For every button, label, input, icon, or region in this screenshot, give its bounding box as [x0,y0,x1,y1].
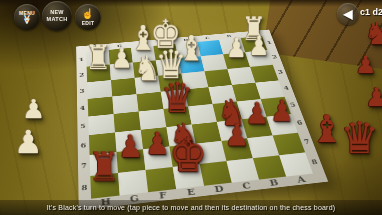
square-b6[interactable]: ♟ [242,117,273,138]
square-e8[interactable]: ♚ [173,164,204,189]
captured-black-bishop: ♝ [310,112,344,147]
square-h8[interactable]: ♜ [90,173,119,199]
rank-label-right-3: 3 [273,64,289,80]
square-h3[interactable] [87,80,112,99]
status-text: It's Black's turn to move (tap piece to … [47,204,336,211]
double-chevron-down-icon: ≫ [23,15,30,25]
square-f4[interactable] [137,92,164,112]
square-d3[interactable] [181,71,208,89]
hand-pointer-icon: ☝ [82,9,95,19]
edit-button-label: EDIT [82,20,95,26]
status-bar: It's Black's turn to move (tap piece to … [0,200,382,215]
rank-label-left-5: 5 [77,117,89,137]
rank-label-left-6: 6 [78,135,90,156]
rank-label-left-4: 4 [77,99,88,118]
square-g8[interactable] [118,170,148,195]
rank-label-left-7: 7 [78,155,90,177]
square-h6[interactable] [89,132,117,155]
square-g3[interactable] [111,78,137,97]
captured-black-pawn: ♟ [355,54,377,76]
captured-white-pawn: ♟ [22,98,45,122]
back-arrow-icon: ◀ [343,8,353,20]
chess-board-grid: HGFEDCBA1♝♚♜12♜♟♝♟♟23♞♛3445♛56♞♟♟67♟♟♞♟7… [76,30,328,211]
square-f5[interactable] [139,109,167,130]
undo-move-button[interactable]: ◀ [337,3,359,25]
square-e3[interactable]: ♛ [158,73,185,91]
rank-label-left-3: 3 [77,82,88,100]
captured-white-pawn: ♟ [14,128,43,157]
file-label-near-B: B [259,176,289,189]
square-f6[interactable] [141,127,170,149]
square-g6[interactable] [115,130,143,152]
file-label-near-D: D [204,183,234,196]
captured-black-queen: ♛ [340,118,379,158]
rank-label-left-8: 8 [78,176,91,200]
square-f3[interactable]: ♞ [135,76,161,95]
captured-black-pawn: ♟ [365,86,382,110]
new-match-line2: MATCH [47,16,68,23]
captured-black-knight: ♞ [364,20,382,48]
last-move-label: c1 d2 [360,7,382,17]
square-h5[interactable] [88,114,115,135]
new-match-button[interactable]: NEW MATCH [42,1,72,31]
menu-button[interactable]: MENU ≫ [14,4,40,30]
rank-label-left-1: 1 [76,52,86,68]
rank-label-right-4: 4 [278,79,294,96]
app-screen: HGFEDCBA1♝♚♜12♜♟♝♟♟23♞♛3445♛56♞♟♟67♟♟♞♟7… [0,0,382,215]
chess-board-3d: HGFEDCBA1♝♚♜12♜♟♝♟♟23♞♛3445♛56♞♟♟67♟♟♞♟7… [76,30,328,211]
new-match-line1: NEW [50,9,64,16]
square-g7[interactable]: ♟ [116,149,145,173]
edit-button[interactable]: ☝ EDIT [75,4,101,30]
rank-label-left-2: 2 [77,67,88,84]
square-h1[interactable] [86,50,110,67]
square-b4[interactable] [232,83,261,102]
square-h4[interactable] [88,97,114,117]
